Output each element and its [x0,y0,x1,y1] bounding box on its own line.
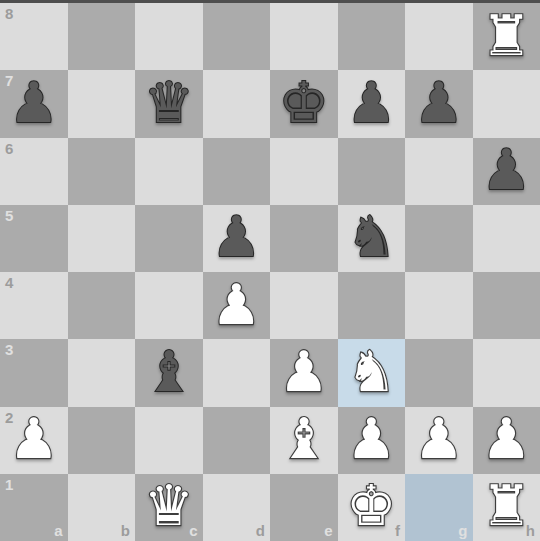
square-b1[interactable]: b [68,474,136,541]
white-queen[interactable]: ♛ [135,474,203,541]
square-h2[interactable]: ♟ [473,407,540,474]
square-h4[interactable] [473,272,540,339]
square-d8[interactable] [203,3,271,70]
file-label-a: a [54,523,62,538]
square-c4[interactable] [135,272,203,339]
white-knight[interactable]: ♞ [338,339,406,406]
square-h1[interactable]: h♜ [473,474,540,541]
white-pawn[interactable]: ♟ [203,272,271,339]
file-label-e: e [324,523,332,538]
square-c2[interactable] [135,407,203,474]
square-a4[interactable]: 4 [0,272,68,339]
square-g6[interactable] [405,138,473,205]
black-knight[interactable]: ♞ [338,205,406,272]
square-c5[interactable] [135,205,203,272]
square-f5[interactable]: ♞ [338,205,406,272]
white-king[interactable]: ♚ [338,474,406,541]
square-d1[interactable]: d [203,474,271,541]
square-b4[interactable] [68,272,136,339]
black-pawn[interactable]: ♟ [0,70,68,137]
rank-label-3: 3 [5,342,13,357]
rank-label-1: 1 [5,477,13,492]
black-pawn[interactable]: ♟ [203,205,271,272]
square-d7[interactable] [203,70,271,137]
square-d6[interactable] [203,138,271,205]
black-bishop[interactable]: ♝ [135,339,203,406]
square-a3[interactable]: 3 [0,339,68,406]
square-b6[interactable] [68,138,136,205]
white-bishop[interactable]: ♝ [270,407,338,474]
square-b7[interactable] [68,70,136,137]
square-h3[interactable] [473,339,540,406]
square-c1[interactable]: c♛ [135,474,203,541]
square-a7[interactable]: 7♟ [0,70,68,137]
square-f7[interactable]: ♟ [338,70,406,137]
square-e7[interactable]: ♚ [270,70,338,137]
square-h6[interactable]: ♟ [473,138,540,205]
black-king[interactable]: ♚ [270,70,338,137]
square-f8[interactable] [338,3,406,70]
square-g3[interactable] [405,339,473,406]
square-c3[interactable]: ♝ [135,339,203,406]
square-e6[interactable] [270,138,338,205]
square-d4[interactable]: ♟ [203,272,271,339]
square-d2[interactable] [203,407,271,474]
square-g5[interactable] [405,205,473,272]
white-pawn[interactable]: ♟ [0,407,68,474]
square-g7[interactable]: ♟ [405,70,473,137]
square-e8[interactable] [270,3,338,70]
chess-board: 8♜7♟♛♚♟♟6♟5♟♞4♟3♝♟♞2♟♝♟♟♟1abc♛def♚gh♜ [0,3,540,541]
white-pawn[interactable]: ♟ [270,339,338,406]
black-pawn[interactable]: ♟ [405,70,473,137]
square-g1[interactable]: g [405,474,473,541]
square-e4[interactable] [270,272,338,339]
square-g4[interactable] [405,272,473,339]
file-label-d: d [256,523,265,538]
square-f6[interactable] [338,138,406,205]
square-c6[interactable] [135,138,203,205]
square-d5[interactable]: ♟ [203,205,271,272]
square-b2[interactable] [68,407,136,474]
square-f2[interactable]: ♟ [338,407,406,474]
white-pawn[interactable]: ♟ [473,407,540,474]
square-b5[interactable] [68,205,136,272]
square-e2[interactable]: ♝ [270,407,338,474]
rank-label-4: 4 [5,275,13,290]
square-a1[interactable]: 1a [0,474,68,541]
square-g2[interactable]: ♟ [405,407,473,474]
black-pawn[interactable]: ♟ [338,70,406,137]
white-rook[interactable]: ♜ [473,474,540,541]
square-g8[interactable] [405,3,473,70]
square-c8[interactable] [135,3,203,70]
rank-label-6: 6 [5,141,13,156]
square-h7[interactable] [473,70,540,137]
rank-label-5: 5 [5,208,13,223]
square-a8[interactable]: 8 [0,3,68,70]
white-pawn[interactable]: ♟ [338,407,406,474]
file-label-g: g [458,523,467,538]
square-f4[interactable] [338,272,406,339]
white-pawn[interactable]: ♟ [405,407,473,474]
square-a5[interactable]: 5 [0,205,68,272]
rank-label-8: 8 [5,6,13,21]
square-e5[interactable] [270,205,338,272]
square-e3[interactable]: ♟ [270,339,338,406]
square-f3[interactable]: ♞ [338,339,406,406]
square-h5[interactable] [473,205,540,272]
square-a2[interactable]: 2♟ [0,407,68,474]
black-pawn[interactable]: ♟ [473,138,540,205]
square-c7[interactable]: ♛ [135,70,203,137]
square-h8[interactable]: ♜ [473,3,540,70]
black-queen[interactable]: ♛ [135,70,203,137]
square-d3[interactable] [203,339,271,406]
square-f1[interactable]: f♚ [338,474,406,541]
square-e1[interactable]: e [270,474,338,541]
square-b3[interactable] [68,339,136,406]
file-label-b: b [121,523,130,538]
white-rook[interactable]: ♜ [473,3,540,70]
square-b8[interactable] [68,3,136,70]
square-a6[interactable]: 6 [0,138,68,205]
